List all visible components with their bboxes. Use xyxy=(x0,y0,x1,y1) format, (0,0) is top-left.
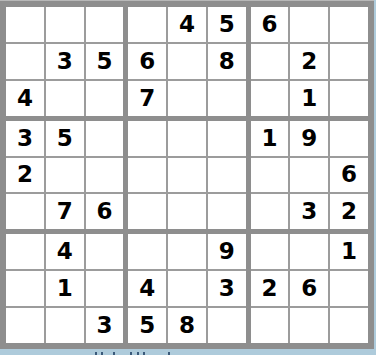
cell-r2c1[interactable] xyxy=(6,44,44,79)
cell-r4c1: 3 xyxy=(6,121,44,156)
cell-r5c4[interactable] xyxy=(128,158,166,193)
cell-r5c8[interactable] xyxy=(290,158,328,193)
cell-r9c7[interactable] xyxy=(251,308,289,343)
cell-r5c7[interactable] xyxy=(251,158,289,193)
cell-r6c7[interactable] xyxy=(251,194,289,229)
cell-r3c6[interactable] xyxy=(208,81,246,116)
cell-r7c2: 4 xyxy=(46,234,84,269)
cell-r7c3[interactable] xyxy=(86,234,124,269)
cell-r5c5[interactable] xyxy=(168,158,206,193)
sudoku-board: 35445687621352761963241394358126 xyxy=(0,0,374,349)
cell-r4c9[interactable] xyxy=(330,121,368,156)
cell-r1c9[interactable] xyxy=(330,7,368,42)
cell-r3c1: 4 xyxy=(6,81,44,116)
box-2-3: 19632 xyxy=(251,121,368,230)
cell-r9c1[interactable] xyxy=(6,308,44,343)
cell-r8c6: 3 xyxy=(208,271,246,306)
cell-r3c5[interactable] xyxy=(168,81,206,116)
cell-r8c1[interactable] xyxy=(6,271,44,306)
cell-r3c8: 1 xyxy=(290,81,328,116)
cell-r2c6: 8 xyxy=(208,44,246,79)
cell-r1c1[interactable] xyxy=(6,7,44,42)
cell-r8c3[interactable] xyxy=(86,271,124,306)
cell-r1c6: 5 xyxy=(208,7,246,42)
cell-r3c2[interactable] xyxy=(46,81,84,116)
cell-r7c7[interactable] xyxy=(251,234,289,269)
cell-r1c4[interactable] xyxy=(128,7,166,42)
cell-r2c8: 2 xyxy=(290,44,328,79)
cell-r4c2: 5 xyxy=(46,121,84,156)
cell-r9c5: 8 xyxy=(168,308,206,343)
cell-r9c8[interactable] xyxy=(290,308,328,343)
cell-r7c8[interactable] xyxy=(290,234,328,269)
cell-r9c3: 3 xyxy=(86,308,124,343)
box-3-1: 413 xyxy=(6,234,123,343)
cell-r6c2: 7 xyxy=(46,194,84,229)
cell-r3c3[interactable] xyxy=(86,81,124,116)
cell-r4c8: 9 xyxy=(290,121,328,156)
cell-r6c5[interactable] xyxy=(168,194,206,229)
box-2-1: 35276 xyxy=(6,121,123,230)
cell-r5c1: 2 xyxy=(6,158,44,193)
cell-r8c8: 6 xyxy=(290,271,328,306)
cell-r6c8: 3 xyxy=(290,194,328,229)
cell-r7c4[interactable] xyxy=(128,234,166,269)
cell-r2c4: 6 xyxy=(128,44,166,79)
box-2-2 xyxy=(128,121,245,230)
cell-r6c4[interactable] xyxy=(128,194,166,229)
cell-r4c4[interactable] xyxy=(128,121,166,156)
cell-r9c2[interactable] xyxy=(46,308,84,343)
cell-r5c2[interactable] xyxy=(46,158,84,193)
cell-r6c1[interactable] xyxy=(6,194,44,229)
cell-r8c9[interactable] xyxy=(330,271,368,306)
cell-r6c6[interactable] xyxy=(208,194,246,229)
cell-r1c2[interactable] xyxy=(46,7,84,42)
cell-r9c4: 5 xyxy=(128,308,166,343)
cell-r2c3: 5 xyxy=(86,44,124,79)
cell-r3c4: 7 xyxy=(128,81,166,116)
box-3-3: 126 xyxy=(251,234,368,343)
cell-r2c5[interactable] xyxy=(168,44,206,79)
cell-r7c5[interactable] xyxy=(168,234,206,269)
cell-r6c9: 2 xyxy=(330,194,368,229)
cell-r3c9[interactable] xyxy=(330,81,368,116)
cell-r1c7: 6 xyxy=(251,7,289,42)
cell-r1c8[interactable] xyxy=(290,7,328,42)
cell-r1c5: 4 xyxy=(168,7,206,42)
cell-r7c1[interactable] xyxy=(6,234,44,269)
box-1-1: 354 xyxy=(6,7,123,116)
cell-r9c9[interactable] xyxy=(330,308,368,343)
page: 35445687621352761963241394358126 xyxy=(0,0,376,355)
cell-r5c9: 6 xyxy=(330,158,368,193)
box-3-2: 94358 xyxy=(128,234,245,343)
cell-r8c5[interactable] xyxy=(168,271,206,306)
cell-r7c9: 1 xyxy=(330,234,368,269)
cell-r8c4: 4 xyxy=(128,271,166,306)
cell-r8c7: 2 xyxy=(251,271,289,306)
cell-r5c3[interactable] xyxy=(86,158,124,193)
cell-r2c7[interactable] xyxy=(251,44,289,79)
cell-r4c5[interactable] xyxy=(168,121,206,156)
cell-r3c7[interactable] xyxy=(251,81,289,116)
cell-r7c6: 9 xyxy=(208,234,246,269)
cell-r4c7: 1 xyxy=(251,121,289,156)
box-1-3: 621 xyxy=(251,7,368,116)
cell-r5c6[interactable] xyxy=(208,158,246,193)
cell-r6c3: 6 xyxy=(86,194,124,229)
cell-r4c6[interactable] xyxy=(208,121,246,156)
cell-r4c3[interactable] xyxy=(86,121,124,156)
cell-r2c9[interactable] xyxy=(330,44,368,79)
cell-r9c6[interactable] xyxy=(208,308,246,343)
cell-r8c2: 1 xyxy=(46,271,84,306)
box-1-2: 45687 xyxy=(128,7,245,116)
cell-r2c2: 3 xyxy=(46,44,84,79)
page-bottom-strip xyxy=(0,349,376,355)
cell-r1c3[interactable] xyxy=(86,7,124,42)
